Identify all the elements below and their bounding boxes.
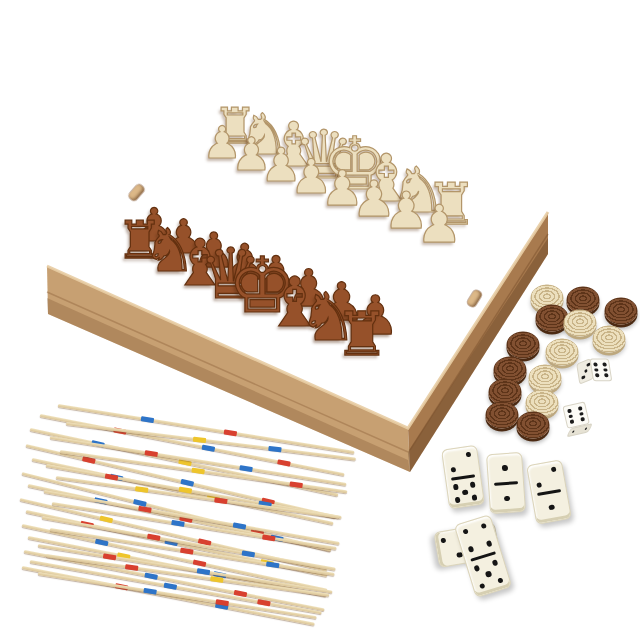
pip xyxy=(604,374,608,377)
pip xyxy=(468,546,475,553)
stick-band-red xyxy=(224,429,238,436)
pip xyxy=(471,494,477,500)
stick-band-blue xyxy=(164,583,178,590)
checker-piece-cream xyxy=(564,310,597,337)
domino-tile-1-1 xyxy=(486,452,526,514)
stick-band-red xyxy=(277,459,291,466)
stick-band-yellow xyxy=(193,437,207,444)
die-face-6 xyxy=(589,359,612,382)
stick-band-red xyxy=(193,559,207,567)
pip xyxy=(486,540,493,547)
domino-half-2 xyxy=(442,446,479,478)
stick-band-red xyxy=(214,497,228,504)
pip xyxy=(502,465,508,471)
pip xyxy=(462,528,469,535)
pip xyxy=(504,495,510,501)
pip xyxy=(572,430,576,433)
mikado-stick xyxy=(22,566,315,626)
domino-half-1 xyxy=(533,491,571,524)
stick-band-blue xyxy=(171,520,185,527)
pip xyxy=(454,497,460,503)
stick-band-blue xyxy=(197,568,211,575)
pip xyxy=(453,484,459,490)
stick-band-blue xyxy=(268,446,282,453)
stick-band-yellow xyxy=(192,468,206,475)
stick-band-red xyxy=(138,506,152,513)
domino-half-5 xyxy=(446,476,483,508)
pip xyxy=(568,414,572,418)
pip xyxy=(595,374,599,377)
pip xyxy=(581,375,585,380)
pip xyxy=(491,559,498,566)
die xyxy=(576,357,612,385)
domino-half-1 xyxy=(489,483,525,513)
pip xyxy=(570,420,574,424)
domino-half-1 xyxy=(487,453,523,483)
pip xyxy=(479,582,486,589)
stick-band-red xyxy=(102,553,116,560)
stick-band-blue xyxy=(239,465,253,472)
pip xyxy=(602,363,606,366)
stick-band-blue xyxy=(201,444,215,451)
stick-band-red xyxy=(257,599,271,606)
product-photo-scene: ♜♞♝♛♚♝♞♜♟♟♟♟♟♟♟♟♟♟♟♟♟♟♟♟♜♞♝♛♚♝♞♜ xyxy=(0,0,640,640)
pip xyxy=(480,523,487,530)
pip xyxy=(465,451,471,457)
pip xyxy=(474,565,481,572)
pip xyxy=(594,368,598,371)
checker-piece-cream xyxy=(529,365,562,392)
stick-band-yellow xyxy=(135,486,149,493)
stick-band-blue xyxy=(266,561,280,568)
pip xyxy=(603,368,607,371)
checker-piece-brown xyxy=(507,332,540,359)
checker-piece-cream xyxy=(593,326,626,353)
checker-piece-brown xyxy=(486,402,519,429)
stick-band-yellow xyxy=(210,576,224,583)
pip xyxy=(497,577,504,584)
stick-band-red xyxy=(289,481,303,488)
pip xyxy=(462,489,468,495)
pip xyxy=(485,571,492,578)
pip xyxy=(594,363,598,366)
stick-band-blue xyxy=(141,416,155,423)
stick-band-yellow xyxy=(100,516,114,524)
pip xyxy=(536,482,542,488)
pip xyxy=(470,481,476,487)
pip xyxy=(584,369,588,374)
pip xyxy=(440,537,446,543)
checker-piece-cream xyxy=(546,339,579,366)
pip xyxy=(551,466,557,472)
stick-band-red xyxy=(105,473,119,480)
stick-band-blue xyxy=(144,572,158,579)
checker-piece-brown xyxy=(605,298,638,325)
stick-band-red xyxy=(147,534,161,541)
pip xyxy=(584,427,588,430)
pip xyxy=(578,406,582,410)
pip xyxy=(450,466,456,472)
stick-band-red xyxy=(262,534,276,541)
checker-piece-brown xyxy=(517,412,550,439)
pip xyxy=(581,417,585,421)
stick-band-blue xyxy=(181,479,195,487)
pip xyxy=(567,409,571,413)
pip xyxy=(548,504,554,510)
stick-band-blue xyxy=(143,588,157,595)
stick-band-red xyxy=(180,548,194,555)
pip xyxy=(580,412,584,416)
